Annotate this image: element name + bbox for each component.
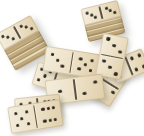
pip-dot-icon — [83, 91, 87, 94]
pip-dot-icon — [46, 107, 50, 111]
pip-dot-icon — [137, 53, 141, 57]
pip-dot-icon — [20, 117, 24, 121]
pip-dot-icon — [88, 69, 92, 73]
pip-dot-icon — [24, 110, 28, 114]
pip-dot-icon — [16, 123, 20, 127]
pip-dot-icon — [94, 16, 98, 20]
pip-dot-icon — [56, 58, 60, 62]
pip-dot-icon — [135, 67, 139, 71]
domino-half-2-pips — [74, 74, 105, 102]
pip-dot-icon — [29, 27, 33, 31]
pip-dot-icon — [26, 122, 30, 126]
pip-dot-icon — [107, 65, 112, 69]
pip-dot-icon — [79, 57, 83, 61]
pip-dot-icon — [141, 64, 144, 68]
pip-dot-icon — [85, 11, 89, 15]
dominoes-photo — [0, 0, 144, 136]
pip-dot-icon — [53, 117, 57, 121]
domino-half-3-pips — [42, 46, 72, 75]
pip-dot-icon — [113, 11, 117, 15]
pip-dot-icon — [104, 6, 108, 10]
pip-dot-icon — [110, 90, 115, 95]
pip-dot-icon — [48, 118, 52, 122]
pip-dot-icon — [24, 25, 28, 29]
pip-dot-icon — [14, 112, 18, 116]
pip-dot-icon — [19, 24, 23, 28]
pip-dot-icon — [112, 43, 117, 47]
pip-dot-icon — [130, 56, 134, 60]
pip-dot-icon — [109, 9, 113, 13]
pip-dot-icon — [90, 59, 94, 63]
pip-dot-icon — [60, 64, 64, 68]
pip-dot-icon — [93, 80, 97, 83]
domino-half-6-pips — [34, 99, 64, 130]
pip-dot-icon — [77, 67, 81, 71]
pip-dot-icon — [106, 37, 111, 41]
pip-dot-icon — [11, 37, 15, 41]
pip-dot-icon — [43, 74, 47, 78]
pip-dot-icon — [51, 53, 55, 57]
pip-dot-icon — [89, 13, 93, 17]
pip-dot-icon — [1, 34, 5, 38]
domino-half-5-pips — [7, 103, 37, 134]
pip-dot-icon — [37, 78, 41, 82]
pip-dot-icon — [118, 50, 123, 54]
pip-dot-icon — [6, 36, 10, 40]
pip-dot-icon — [84, 63, 88, 67]
pip-dot-icon — [43, 119, 47, 123]
pip-dot-icon — [101, 59, 106, 63]
pip-dot-icon — [58, 90, 62, 93]
pip-dot-icon — [51, 106, 55, 110]
pip-dot-icon — [113, 72, 118, 76]
pip-dot-icon — [41, 107, 45, 111]
